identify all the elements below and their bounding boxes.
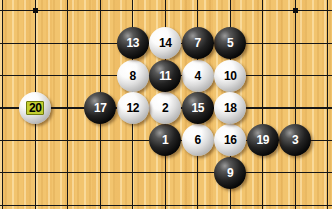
- stone-black-15[interactable]: 15: [182, 92, 214, 124]
- grid-line-vertical: [262, 0, 263, 209]
- stone-black-7[interactable]: 7: [182, 27, 214, 59]
- stone-black-1[interactable]: 1: [149, 124, 181, 156]
- last-move-number-badge: 20: [26, 101, 44, 115]
- stone-white-8[interactable]: 8: [117, 60, 149, 92]
- move-number: 17: [94, 101, 106, 115]
- move-number: 10: [224, 69, 236, 83]
- stone-white-2[interactable]: 2: [149, 92, 181, 124]
- move-number: 3: [292, 133, 298, 147]
- stone-white-14[interactable]: 14: [149, 27, 181, 59]
- move-number: 12: [127, 101, 139, 115]
- stone-black-19[interactable]: 19: [247, 124, 279, 156]
- grid-line-vertical: [295, 0, 296, 209]
- move-number: 5: [227, 36, 233, 50]
- move-number: 14: [159, 36, 171, 50]
- move-number: 7: [195, 36, 201, 50]
- grid-line-horizontal: [0, 205, 332, 206]
- grid-line-horizontal: [0, 172, 332, 173]
- stone-white-4[interactable]: 4: [182, 60, 214, 92]
- go-board[interactable]: 1234567891011121314151617181920: [0, 0, 332, 209]
- move-number: 6: [195, 133, 201, 147]
- move-number: 1: [162, 133, 168, 147]
- move-number: 8: [130, 69, 136, 83]
- grid-line-vertical: [2, 0, 3, 209]
- move-number: 16: [224, 133, 236, 147]
- stone-white-6[interactable]: 6: [182, 124, 214, 156]
- stone-white-18[interactable]: 18: [214, 92, 246, 124]
- star-point: [33, 8, 38, 13]
- move-number: 4: [195, 69, 201, 83]
- grid-line-horizontal: [0, 10, 332, 11]
- stone-black-3[interactable]: 3: [279, 124, 311, 156]
- stone-black-17[interactable]: 17: [84, 92, 116, 124]
- grid-line-vertical: [327, 0, 328, 209]
- star-point: [293, 8, 298, 13]
- move-number: 18: [224, 101, 236, 115]
- move-number: 15: [192, 101, 204, 115]
- move-number: 2: [162, 101, 168, 115]
- stone-black-5[interactable]: 5: [214, 27, 246, 59]
- stone-black-11[interactable]: 11: [149, 60, 181, 92]
- stone-white-20[interactable]: 20: [19, 92, 51, 124]
- stone-white-12[interactable]: 12: [117, 92, 149, 124]
- stone-white-10[interactable]: 10: [214, 60, 246, 92]
- move-number: 13: [127, 36, 139, 50]
- move-number: 9: [227, 166, 233, 180]
- stone-black-13[interactable]: 13: [117, 27, 149, 59]
- stone-black-9[interactable]: 9: [214, 157, 246, 189]
- grid-line-vertical: [67, 0, 68, 209]
- move-number: 11: [159, 69, 171, 83]
- stone-white-16[interactable]: 16: [214, 124, 246, 156]
- move-number: 19: [257, 133, 269, 147]
